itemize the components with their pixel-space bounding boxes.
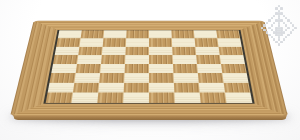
board-square-e6[interactable] (149, 47, 173, 56)
board-square-f6[interactable] (172, 47, 196, 56)
board-square-c1[interactable] (97, 92, 123, 102)
board-square-f1[interactable] (174, 92, 200, 102)
board-square-h8[interactable] (216, 30, 240, 38)
board-square-b7[interactable] (79, 38, 103, 46)
board-square-a8[interactable] (58, 30, 82, 38)
board-square-c3[interactable] (99, 73, 124, 82)
board-square-h2[interactable] (224, 83, 251, 93)
board-square-b8[interactable] (81, 30, 105, 38)
board-square-a4[interactable] (51, 64, 77, 73)
board-square-b3[interactable] (74, 73, 100, 82)
board-square-c5[interactable] (101, 55, 125, 64)
board-square-g7[interactable] (195, 38, 219, 46)
board-square-f2[interactable] (174, 83, 200, 93)
board-square-b4[interactable] (76, 64, 101, 73)
board-square-c7[interactable] (103, 38, 127, 46)
board-square-d5[interactable] (125, 55, 149, 64)
board-square-c8[interactable] (103, 30, 126, 38)
board-square-f8[interactable] (171, 30, 194, 38)
board-square-a3[interactable] (49, 73, 75, 82)
board-square-a6[interactable] (55, 47, 80, 56)
shop-logo-watermark-icon (261, 5, 297, 46)
board-square-e3[interactable] (149, 73, 174, 82)
board-square-f4[interactable] (173, 64, 198, 73)
board-square-c2[interactable] (98, 83, 124, 93)
board-square-g5[interactable] (196, 55, 221, 64)
board-square-c6[interactable] (102, 47, 126, 56)
board-square-g8[interactable] (194, 30, 218, 38)
board-square-a5[interactable] (53, 55, 78, 64)
board-square-h6[interactable] (219, 47, 244, 56)
board-square-d2[interactable] (124, 83, 149, 93)
board-square-e7[interactable] (149, 38, 172, 46)
board-square-a2[interactable] (48, 83, 75, 93)
board-square-h1[interactable] (225, 92, 252, 102)
board-square-d1[interactable] (123, 92, 149, 102)
photo-scene (0, 0, 300, 140)
board-square-h3[interactable] (222, 73, 248, 82)
board-square-e1[interactable] (149, 92, 175, 102)
board-square-e2[interactable] (149, 83, 174, 93)
watermark-gap (294, 43, 296, 45)
board-square-g1[interactable] (200, 92, 227, 102)
board-field (43, 30, 254, 104)
board-square-c4[interactable] (100, 64, 125, 73)
board-square-b2[interactable] (73, 83, 99, 93)
board-square-d3[interactable] (124, 73, 149, 82)
board-square-g3[interactable] (198, 73, 224, 82)
board-square-h7[interactable] (217, 38, 241, 46)
board-square-f5[interactable] (173, 55, 197, 64)
board-square-e5[interactable] (149, 55, 173, 64)
chessboard[interactable] (10, 21, 288, 116)
board-square-b1[interactable] (72, 92, 99, 102)
board-square-h4[interactable] (221, 64, 247, 73)
board-square-e4[interactable] (149, 64, 173, 73)
board-square-d8[interactable] (126, 30, 149, 38)
board-square-e8[interactable] (149, 30, 172, 38)
board-square-f3[interactable] (173, 73, 198, 82)
board-square-g6[interactable] (195, 47, 219, 56)
board-square-b5[interactable] (77, 55, 102, 64)
board-square-g2[interactable] (199, 83, 225, 93)
board-square-g4[interactable] (197, 64, 222, 73)
board-square-h5[interactable] (220, 55, 245, 64)
board-square-d6[interactable] (125, 47, 149, 56)
board-square-a7[interactable] (56, 38, 80, 46)
board-square-d4[interactable] (125, 64, 149, 73)
board-square-b6[interactable] (78, 47, 102, 56)
board-square-a1[interactable] (46, 92, 73, 102)
board-square-d7[interactable] (126, 38, 149, 46)
board-square-f7[interactable] (172, 38, 196, 46)
